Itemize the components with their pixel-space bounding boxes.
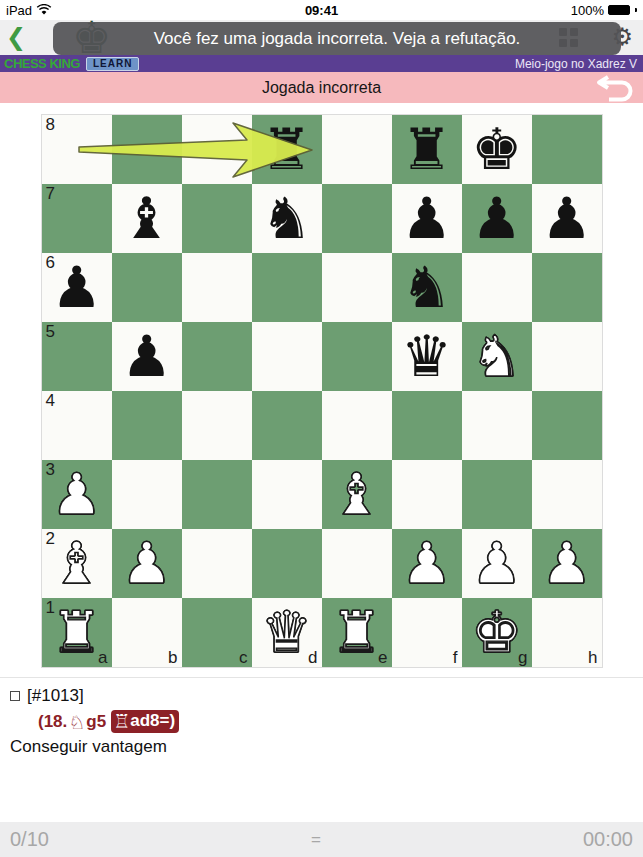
battery-percent: 100% [571,3,604,18]
rank-label-3: 3 [46,460,55,480]
square-g1[interactable]: g♚ [462,598,532,667]
piece-black-pawn: ♟ [112,322,182,391]
square-e2[interactable] [322,529,392,598]
square-b8[interactable] [112,115,182,184]
progress-counter: 0/10 [10,828,49,851]
square-c6[interactable] [182,253,252,322]
square-h5[interactable] [532,322,602,391]
square-d2[interactable] [252,529,322,598]
square-d5[interactable] [252,322,322,391]
square-h2[interactable]: ♟ [532,529,602,598]
file-label-e: e [378,648,387,668]
piece-black-pawn: ♟ [462,184,532,253]
square-b6[interactable] [112,253,182,322]
square-h6[interactable] [532,253,602,322]
exercise-header: [#1013] [10,686,633,706]
square-d8[interactable]: ♜ [252,115,322,184]
square-a2[interactable]: 2♝ [42,529,112,598]
square-c7[interactable] [182,184,252,253]
back-button[interactable]: ❮ [6,24,26,50]
goal-text: Conseguir vantagem [10,737,633,757]
square-g5[interactable]: ♞ [462,322,532,391]
rank-label-8: 8 [46,115,55,135]
piece-white-pawn: ♟ [532,529,602,598]
alert-bar: Jogada incorreta [0,72,643,103]
battery-icon [608,5,630,15]
square-c5[interactable] [182,322,252,391]
square-d4[interactable] [252,391,322,460]
square-d7[interactable]: ♞ [252,184,322,253]
square-c8[interactable] [182,115,252,184]
piece-black-king: ♚ [462,115,532,184]
square-g4[interactable] [462,391,532,460]
piece-white-pawn: ♟ [112,529,182,598]
file-label-f: f [453,648,458,668]
square-g8[interactable]: ♚ [462,115,532,184]
notes-panel: [#1013] (18. ♘ g5 ♖ ad8=) Conseguir vant… [0,677,643,821]
course-title: Meio-jogo no Xadrez V [515,57,639,71]
rank-label-1: 1 [46,598,55,618]
device-label: iPad [6,3,32,18]
square-h8[interactable] [532,115,602,184]
square-e6[interactable] [322,253,392,322]
piece-black-rook: ♜ [252,115,322,184]
square-f4[interactable] [392,391,462,460]
file-label-d: d [308,648,317,668]
file-label-c: c [239,648,248,668]
rank-label-7: 7 [46,184,55,204]
square-c3[interactable] [182,460,252,529]
square-b7[interactable]: ♝ [112,184,182,253]
square-g2[interactable]: ♟ [462,529,532,598]
piece-black-knight: ♞ [252,184,322,253]
square-c2[interactable] [182,529,252,598]
rank-label-2: 2 [46,529,55,549]
piece-black-knight: ♞ [392,253,462,322]
piece-white-bishop: ♝ [322,460,392,529]
knight-figurine-icon: ♘ [68,711,85,733]
square-h7[interactable]: ♟ [532,184,602,253]
square-a8[interactable]: 8 [42,115,112,184]
chess-board: 8♜♜♚7♝♞♟♟♟6♟♞5♟♛♞43♟♝2♝♟♟♟♟1a♜bcd♛e♜fg♚h [42,115,602,667]
timer: 00:00 [583,828,633,851]
refutation-line[interactable]: (18. ♘ g5 ♖ ad8=) [38,710,633,733]
square-e4[interactable] [322,391,392,460]
square-e8[interactable] [322,115,392,184]
rank-label-4: 4 [46,391,55,411]
rank-label-5: 5 [46,322,55,342]
clock-time: 09:41 [305,3,338,18]
piece-white-pawn: ♟ [392,529,462,598]
square-h4[interactable] [532,391,602,460]
board-gap [0,103,643,115]
square-d3[interactable] [252,460,322,529]
square-a1[interactable]: 1a♜ [42,598,112,667]
highlighted-move[interactable]: ♖ ad8=) [111,710,179,733]
file-label-g: g [518,648,527,668]
square-f7[interactable]: ♟ [392,184,462,253]
square-h1[interactable]: h [532,598,602,667]
square-g3[interactable] [462,460,532,529]
bottom-bar: 0/10 = 00:00 [0,822,643,857]
square-b1[interactable]: b [112,598,182,667]
square-c4[interactable] [182,391,252,460]
square-b5[interactable]: ♟ [112,322,182,391]
square-a7[interactable]: 7 [42,184,112,253]
toast-message: Você fez uma jogada incorreta. Veja a re… [53,22,621,55]
board-wrap: 8♜♜♚7♝♞♟♟♟6♟♞5♟♛♞43♟♝2♝♟♟♟♟1a♜bcd♛e♜fg♚h [42,115,602,667]
square-f2[interactable]: ♟ [392,529,462,598]
square-b3[interactable] [112,460,182,529]
square-a5[interactable]: 5 [42,322,112,391]
square-a4[interactable]: 4 [42,391,112,460]
square-f5[interactable]: ♛ [392,322,462,391]
square-f3[interactable] [392,460,462,529]
square-a3[interactable]: 3♟ [42,460,112,529]
rook-figurine-icon: ♖ [113,710,130,732]
square-d1[interactable]: d♛ [252,598,322,667]
file-label-a: a [98,648,107,668]
white-to-move-icon [10,691,20,701]
piece-black-rook: ♜ [392,115,462,184]
piece-black-pawn: ♟ [532,184,602,253]
piece-white-knight: ♞ [462,322,532,391]
file-label-b: b [168,648,177,668]
alert-title: Jogada incorreta [262,79,381,97]
evaluation-symbol: = [311,830,321,850]
rank-label-6: 6 [46,253,55,273]
square-d6[interactable] [252,253,322,322]
wifi-icon [36,4,52,16]
square-b2[interactable]: ♟ [112,529,182,598]
square-e3[interactable]: ♝ [322,460,392,529]
piece-white-pawn: ♟ [462,529,532,598]
square-g6[interactable] [462,253,532,322]
square-f6[interactable]: ♞ [392,253,462,322]
square-e5[interactable] [322,322,392,391]
brand-name: CHESS KING [4,56,80,71]
exercise-id: [#1013] [27,686,84,706]
square-h3[interactable] [532,460,602,529]
piece-black-pawn: ♟ [392,184,462,253]
square-g7[interactable]: ♟ [462,184,532,253]
square-e7[interactable] [322,184,392,253]
undo-arrow-icon[interactable] [595,74,635,102]
square-e1[interactable]: e♜ [322,598,392,667]
square-f8[interactable]: ♜ [392,115,462,184]
square-c1[interactable]: c [182,598,252,667]
piece-black-bishop: ♝ [112,184,182,253]
square-a6[interactable]: 6♟ [42,253,112,322]
file-label-h: h [588,648,597,668]
piece-black-queen: ♛ [392,322,462,391]
square-b4[interactable] [112,391,182,460]
square-f1[interactable]: f [392,598,462,667]
